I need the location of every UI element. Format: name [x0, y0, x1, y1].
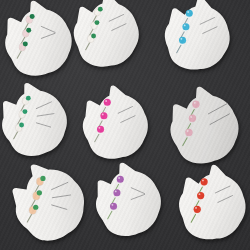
- cat-charm-r2c3: [159, 84, 247, 172]
- cat-charm-r2c2: [72, 83, 156, 167]
- cat-charm-r3c3: [168, 162, 250, 248]
- cat-charm-r3c1: [3, 159, 93, 249]
- cat-charm-r1c2: [63, 0, 147, 75]
- cat-charm-r2c1: [0, 80, 75, 164]
- cat-charm-grid: [0, 0, 250, 250]
- cat-charm-r3c2: [85, 160, 169, 244]
- cat-charm-r1c3: [154, 0, 238, 78]
- photo-of-cat-charms: [0, 0, 250, 250]
